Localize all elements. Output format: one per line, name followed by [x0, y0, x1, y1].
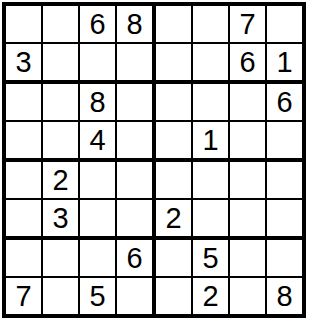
cell-r3c3: 8: [80, 84, 115, 120]
cell-r3c8: 6: [267, 84, 302, 120]
box-r2c2: 61: [156, 84, 302, 158]
cell-r1c4: 8: [117, 6, 152, 42]
cell-r5c2: 2: [43, 162, 78, 198]
cell-r8c5[interactable]: [156, 278, 191, 314]
cell-r4c3: 4: [80, 122, 115, 158]
cell-r6c3[interactable]: [80, 200, 115, 236]
cell-r3c6[interactable]: [193, 84, 228, 120]
cell-r1c1[interactable]: [6, 6, 41, 42]
cell-r4c2[interactable]: [43, 122, 78, 158]
cell-r8c2[interactable]: [43, 278, 78, 314]
cell-r6c1[interactable]: [6, 200, 41, 236]
cell-r4c8[interactable]: [267, 122, 302, 158]
cell-r3c4[interactable]: [117, 84, 152, 120]
cell-r2c8: 1: [267, 44, 302, 80]
cell-r6c2: 3: [43, 200, 78, 236]
cell-r4c7[interactable]: [230, 122, 265, 158]
cell-r7c5[interactable]: [156, 240, 191, 276]
sudoku-page: 6837618461232675528: [0, 0, 312, 320]
cell-r5c4[interactable]: [117, 162, 152, 198]
cell-r1c2[interactable]: [43, 6, 78, 42]
box-r3c2: 2: [156, 162, 302, 236]
cell-r3c5[interactable]: [156, 84, 191, 120]
cell-r7c4: 6: [117, 240, 152, 276]
cell-r4c5[interactable]: [156, 122, 191, 158]
box-r1c1: 683: [6, 6, 152, 80]
box-r4c1: 675: [6, 240, 152, 314]
cell-r8c8: 8: [267, 278, 302, 314]
box-r4c2: 528: [156, 240, 302, 314]
cell-r4c1[interactable]: [6, 122, 41, 158]
cell-r5c1[interactable]: [6, 162, 41, 198]
cell-r4c6: 1: [193, 122, 228, 158]
cell-r8c1: 7: [6, 278, 41, 314]
cell-r7c1[interactable]: [6, 240, 41, 276]
cell-r5c7[interactable]: [230, 162, 265, 198]
cell-r5c3[interactable]: [80, 162, 115, 198]
cell-r2c6[interactable]: [193, 44, 228, 80]
cell-r2c5[interactable]: [156, 44, 191, 80]
cell-r8c3: 5: [80, 278, 115, 314]
cell-r2c1: 3: [6, 44, 41, 80]
sudoku-board: 6837618461232675528: [2, 2, 306, 318]
cell-r1c7: 7: [230, 6, 265, 42]
cell-r1c5[interactable]: [156, 6, 191, 42]
cell-r1c8[interactable]: [267, 6, 302, 42]
cell-r4c4[interactable]: [117, 122, 152, 158]
cell-r6c8[interactable]: [267, 200, 302, 236]
cell-r8c6: 2: [193, 278, 228, 314]
cell-r2c2[interactable]: [43, 44, 78, 80]
box-r1c2: 761: [156, 6, 302, 80]
cell-r2c4[interactable]: [117, 44, 152, 80]
cell-r3c7[interactable]: [230, 84, 265, 120]
box-r3c1: 23: [6, 162, 152, 236]
cell-r5c8[interactable]: [267, 162, 302, 198]
cell-r8c4[interactable]: [117, 278, 152, 314]
cell-r7c3[interactable]: [80, 240, 115, 276]
cell-r2c3[interactable]: [80, 44, 115, 80]
cell-r7c2[interactable]: [43, 240, 78, 276]
cell-r1c6[interactable]: [193, 6, 228, 42]
cell-r3c1[interactable]: [6, 84, 41, 120]
cell-r7c6: 5: [193, 240, 228, 276]
cell-r6c5: 2: [156, 200, 191, 236]
cell-r2c7: 6: [230, 44, 265, 80]
cell-r5c5[interactable]: [156, 162, 191, 198]
cell-r6c4[interactable]: [117, 200, 152, 236]
cell-r6c7[interactable]: [230, 200, 265, 236]
cell-r7c7[interactable]: [230, 240, 265, 276]
cell-r6c6[interactable]: [193, 200, 228, 236]
cell-r3c2[interactable]: [43, 84, 78, 120]
cell-r7c8[interactable]: [267, 240, 302, 276]
box-r2c1: 84: [6, 84, 152, 158]
cell-r1c3: 6: [80, 6, 115, 42]
cell-r5c6[interactable]: [193, 162, 228, 198]
cell-r8c7[interactable]: [230, 278, 265, 314]
